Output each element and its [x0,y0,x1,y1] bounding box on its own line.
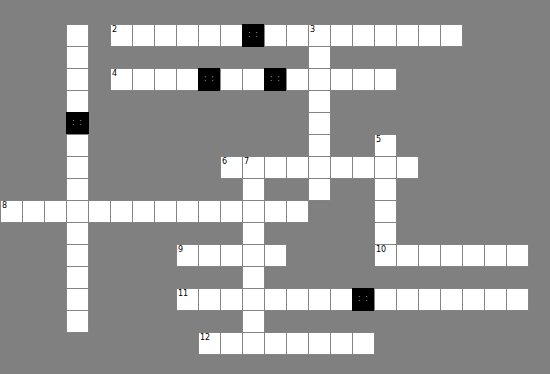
white-cell[interactable]: 6 [220,156,243,179]
white-cell[interactable]: 11 [176,288,199,311]
white-cell[interactable] [286,68,309,91]
clue-number: 8 [2,201,7,210]
white-cell[interactable] [66,288,89,311]
white-cell[interactable] [330,332,353,355]
white-cell[interactable] [462,244,485,267]
white-cell[interactable] [66,222,89,245]
white-cell[interactable] [242,222,265,245]
white-cell[interactable] [132,68,155,91]
white-cell[interactable] [418,24,441,47]
white-cell[interactable] [66,310,89,333]
white-cell[interactable] [66,156,89,179]
white-cell[interactable] [374,68,397,91]
white-cell[interactable] [176,24,199,47]
white-cell[interactable] [396,156,419,179]
white-cell[interactable] [462,288,485,311]
white-cell[interactable] [66,68,89,91]
white-cell[interactable] [352,24,375,47]
white-cell[interactable] [132,24,155,47]
white-cell[interactable] [66,178,89,201]
white-cell[interactable] [220,332,243,355]
black-cell-dots: : : [248,31,259,39]
white-cell[interactable]: 9 [176,244,199,267]
black-cell-dots: : : [72,119,83,127]
white-cell[interactable] [308,46,331,69]
white-cell[interactable]: 2 [110,24,133,47]
clue-number: 6 [222,157,227,166]
white-cell[interactable] [418,288,441,311]
white-cell[interactable] [264,244,287,267]
white-cell[interactable] [506,244,529,267]
white-cell[interactable] [66,266,89,289]
white-cell[interactable] [286,24,309,47]
white-cell[interactable] [330,156,353,179]
white-cell[interactable]: 5 [374,134,397,157]
white-cell[interactable] [396,24,419,47]
white-cell[interactable] [176,68,199,91]
white-cell[interactable] [66,24,89,47]
white-cell[interactable] [220,24,243,47]
black-cell-dots: : : [270,75,281,83]
white-cell[interactable] [66,200,89,223]
white-cell[interactable] [242,288,265,311]
white-cell[interactable] [374,222,397,245]
white-cell[interactable] [418,244,441,267]
black-separator-cell: : : [242,24,265,47]
clue-number: 7 [244,157,249,166]
clue-number: 12 [200,333,210,342]
white-cell[interactable] [198,244,221,267]
black-cell-dots: : : [358,295,369,303]
white-cell[interactable] [330,68,353,91]
white-cell[interactable] [264,288,287,311]
black-separator-cell: : : [352,288,375,311]
white-cell[interactable] [22,200,45,223]
black-separator-cell: : : [264,68,287,91]
white-cell[interactable] [308,68,331,91]
white-cell[interactable] [66,90,89,113]
black-cell-dots: : : [204,75,215,83]
clue-number: 10 [376,245,386,254]
white-cell[interactable] [198,288,221,311]
white-cell[interactable] [154,68,177,91]
white-cell[interactable] [286,288,309,311]
white-cell[interactable] [484,288,507,311]
white-cell[interactable] [132,200,155,223]
white-cell[interactable] [286,156,309,179]
white-cell[interactable] [242,68,265,91]
white-cell[interactable] [440,288,463,311]
white-cell[interactable] [308,112,331,135]
white-cell[interactable] [374,288,397,311]
white-cell[interactable] [308,134,331,157]
white-cell[interactable] [220,200,243,223]
white-cell[interactable] [264,332,287,355]
white-cell[interactable] [396,244,419,267]
white-cell[interactable] [352,156,375,179]
white-cell[interactable] [308,288,331,311]
white-cell[interactable] [396,288,419,311]
white-cell[interactable] [286,200,309,223]
white-cell[interactable]: 7 [242,156,265,179]
clue-number: 4 [112,69,117,78]
white-cell[interactable] [506,288,529,311]
white-cell[interactable] [374,178,397,201]
black-separator-cell: : : [198,68,221,91]
crossword-board: 2: :34: :: :: :567891011: :12 [0,0,550,374]
white-cell[interactable] [440,244,463,267]
white-cell[interactable] [264,156,287,179]
white-cell[interactable]: 8 [0,200,23,223]
white-cell[interactable] [374,156,397,179]
white-cell[interactable] [286,332,309,355]
white-cell[interactable] [198,24,221,47]
white-cell[interactable] [44,200,67,223]
white-cell[interactable]: 4 [110,68,133,91]
white-cell[interactable] [110,200,133,223]
white-cell[interactable] [242,332,265,355]
white-cell[interactable] [484,244,507,267]
white-cell[interactable] [308,178,331,201]
white-cell[interactable] [66,46,89,69]
clue-number: 5 [376,135,381,144]
white-cell[interactable] [352,68,375,91]
white-cell[interactable]: 10 [374,244,397,267]
white-cell[interactable] [154,24,177,47]
white-cell[interactable]: 12 [198,332,221,355]
clue-number: 2 [112,25,117,34]
black-separator-cell: : : [66,112,89,135]
white-cell[interactable] [198,200,221,223]
white-cell[interactable] [154,200,177,223]
white-cell[interactable] [176,200,199,223]
white-cell[interactable] [242,244,265,267]
white-cell[interactable] [330,24,353,47]
white-cell[interactable] [330,288,353,311]
white-cell[interactable] [308,156,331,179]
white-cell[interactable] [66,134,89,157]
white-cell[interactable] [220,288,243,311]
white-cell[interactable] [264,24,287,47]
white-cell[interactable] [242,266,265,289]
white-cell[interactable] [374,200,397,223]
white-cell[interactable] [440,24,463,47]
white-cell[interactable] [220,68,243,91]
clue-number: 3 [310,25,315,34]
white-cell[interactable] [308,90,331,113]
white-cell[interactable] [220,244,243,267]
white-cell[interactable] [352,332,375,355]
white-cell[interactable] [308,332,331,355]
white-cell[interactable]: 3 [308,24,331,47]
white-cell[interactable] [88,200,111,223]
white-cell[interactable] [66,244,89,267]
white-cell[interactable] [374,24,397,47]
clue-number: 9 [178,245,183,254]
clue-number: 11 [178,289,188,298]
white-cell[interactable] [242,200,265,223]
white-cell[interactable] [264,200,287,223]
white-cell[interactable] [242,178,265,201]
white-cell[interactable] [242,310,265,333]
